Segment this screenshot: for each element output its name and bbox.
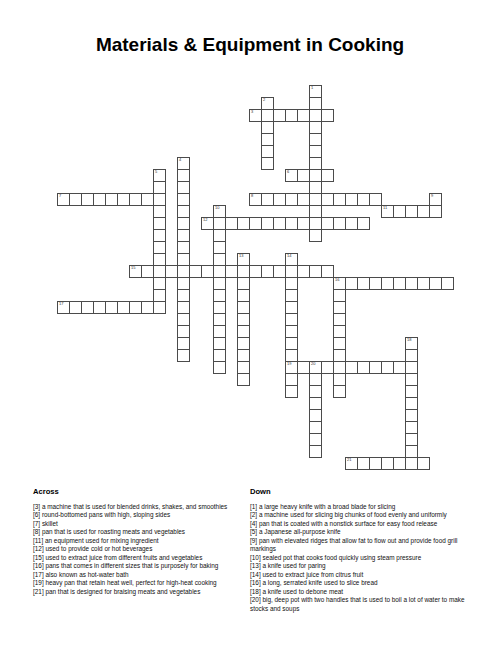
grid-cell[interactable] (429, 205, 442, 218)
across-clue: [16] pans that comes in different sizes … (33, 562, 246, 571)
across-clue-list: [3] a machine that is used for blended d… (33, 503, 246, 597)
down-clue: [10] sealed pot that cooks food quickly … (250, 554, 470, 563)
across-clue: [12] used to provide cold or hot beverag… (33, 545, 246, 554)
cell-number: 9 (431, 194, 433, 198)
cell-number: 6 (287, 170, 289, 174)
down-clue: [16] a long, serrated knife used to slic… (250, 579, 470, 588)
across-clues-section: Across [3] a machine that is used for bl… (33, 488, 246, 596)
across-clue: [6] round-bottomed pans with high, slopi… (33, 511, 246, 520)
down-clue: [18] a knife used to debone meat (250, 588, 470, 597)
cell-number: 12 (203, 218, 207, 222)
down-clue-list: [1] a large heavy knife with a broad bla… (250, 503, 470, 614)
cell-number: 20 (311, 362, 315, 366)
across-clue: [8] pan that is used for roasting meats … (33, 528, 246, 537)
cell-number: 21 (347, 458, 351, 462)
cell-number: 3 (251, 110, 253, 114)
grid-cell[interactable] (177, 349, 190, 362)
cell-number: 1 (311, 86, 313, 90)
cell-number: 7 (59, 194, 61, 198)
across-clue: [17] also known as hot-water bath (33, 571, 246, 580)
grid-cell[interactable] (441, 277, 454, 290)
down-header: Down (250, 488, 470, 497)
down-clue: [20] big, deep pot with two handles that… (250, 596, 470, 613)
down-clue: [2] a machine used for slicing big chunk… (250, 511, 470, 520)
across-clue: [21] pan that is designed for braising m… (33, 588, 246, 597)
down-clue: [1] a large heavy knife with a broad bla… (250, 503, 470, 512)
across-clue: [19] heavy pan that retain heat well, pe… (33, 579, 246, 588)
cell-number: 18 (407, 338, 411, 342)
cell-number: 14 (287, 254, 291, 258)
grid-cell[interactable] (309, 229, 322, 242)
grid-cell[interactable] (417, 457, 430, 470)
grid-cell[interactable] (237, 373, 250, 386)
down-clue: [14] used to extract juice from citrus f… (250, 571, 470, 580)
cell-number: 11 (383, 206, 387, 210)
across-clue: [7] skillet (33, 520, 246, 529)
puzzle-title: Materials & Equipment in Cooking (0, 34, 500, 56)
down-clue: [9] pan with elevated ridges that allow … (250, 537, 470, 554)
cell-number: 15 (131, 266, 135, 270)
grid-cell[interactable] (285, 385, 298, 398)
grid-cell[interactable] (213, 361, 226, 374)
cell-number: 5 (155, 170, 157, 174)
cell-number: 2 (263, 98, 265, 102)
cell-number: 13 (239, 254, 243, 258)
grid-cell[interactable] (321, 169, 334, 182)
across-clue: [15] used to extract juice from differen… (33, 554, 246, 563)
cell-number: 8 (251, 194, 253, 198)
grid-cell[interactable] (153, 301, 166, 314)
grid-cell[interactable] (333, 385, 346, 398)
cell-number: 16 (335, 278, 339, 282)
cell-number: 4 (179, 158, 181, 162)
grid-cell[interactable] (309, 445, 322, 458)
down-clue: [13] a knife used for paring (250, 562, 470, 571)
across-header: Across (33, 488, 246, 497)
cell-number: 19 (287, 362, 291, 366)
cell-number: 17 (59, 302, 63, 306)
down-clues-section: Down [1] a large heavy knife with a broa… (250, 488, 470, 613)
grid-cell[interactable] (321, 109, 334, 122)
cell-number: 10 (215, 206, 219, 210)
crossword-grid: 123456789101112131415161718192021 (57, 85, 453, 469)
down-clue: [4] pan that is coated with a nonstick s… (250, 520, 470, 529)
across-clue: [3] a machine that is used for blended d… (33, 503, 246, 512)
grid-cell[interactable] (261, 157, 274, 170)
grid-cell[interactable] (357, 217, 370, 230)
puzzle-page: Materials & Equipment in Cooking 1234567… (0, 0, 500, 647)
down-clue: [5] a Japanese all-purpose knife (250, 528, 470, 537)
across-clue: [11] an equipment used for mixing ingred… (33, 537, 246, 546)
